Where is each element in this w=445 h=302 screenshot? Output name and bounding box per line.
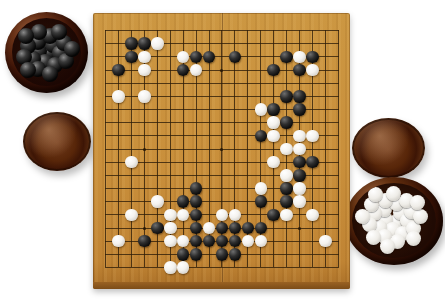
- black-stone[interactable]: [306, 156, 319, 169]
- grid-line-horizontal: [105, 267, 339, 268]
- black-stone[interactable]: [125, 37, 138, 50]
- black-stone[interactable]: [203, 235, 216, 248]
- black-stone[interactable]: [125, 51, 138, 64]
- black-stone[interactable]: [242, 222, 255, 235]
- black-stone[interactable]: [229, 248, 242, 261]
- black-stone[interactable]: [190, 209, 203, 222]
- white-stone[interactable]: [306, 130, 319, 143]
- white-stone[interactable]: [280, 209, 293, 222]
- black-stone[interactable]: [293, 90, 306, 103]
- black-stone[interactable]: [293, 169, 306, 182]
- black-stone[interactable]: [267, 209, 280, 222]
- black-stone[interactable]: [216, 222, 229, 235]
- bowl-stone-white: [413, 209, 428, 224]
- black-stone[interactable]: [229, 222, 242, 235]
- black-stone[interactable]: [280, 182, 293, 195]
- white-bowl-lid: [352, 118, 425, 178]
- black-stone[interactable]: [293, 156, 306, 169]
- bowl-stone-white: [406, 231, 421, 246]
- black-stone[interactable]: [280, 51, 293, 64]
- bowl-stone-white: [380, 239, 395, 254]
- white-stone[interactable]: [216, 209, 229, 222]
- white-stone[interactable]: [267, 156, 280, 169]
- star-point: [298, 227, 301, 230]
- bowl-stone-white: [410, 195, 425, 210]
- black-stone-bowl: [5, 12, 88, 93]
- white-stone[interactable]: [164, 261, 177, 274]
- black-stone[interactable]: [190, 235, 203, 248]
- star-point: [143, 227, 146, 230]
- white-stone[interactable]: [280, 143, 293, 156]
- white-stone[interactable]: [138, 64, 151, 77]
- white-stone[interactable]: [255, 103, 268, 116]
- black-stone[interactable]: [255, 222, 268, 235]
- white-stone[interactable]: [112, 90, 125, 103]
- white-stone-bowl: [345, 177, 443, 265]
- bowl-stone-white: [355, 209, 370, 224]
- black-stone[interactable]: [177, 248, 190, 261]
- white-stone[interactable]: [138, 90, 151, 103]
- white-stone[interactable]: [164, 235, 177, 248]
- black-stone[interactable]: [203, 51, 216, 64]
- black-stone[interactable]: [306, 51, 319, 64]
- grid-line-vertical: [338, 30, 339, 267]
- black-stone[interactable]: [112, 64, 125, 77]
- black-stone[interactable]: [293, 103, 306, 116]
- white-stone[interactable]: [151, 37, 164, 50]
- black-stone[interactable]: [255, 195, 268, 208]
- white-stone[interactable]: [255, 235, 268, 248]
- black-bowl-opening: [12, 18, 81, 86]
- white-stone[interactable]: [280, 169, 293, 182]
- black-stone[interactable]: [267, 64, 280, 77]
- black-stone[interactable]: [280, 195, 293, 208]
- black-stone[interactable]: [280, 90, 293, 103]
- bowl-stone-black: [51, 24, 67, 40]
- white-stone[interactable]: [125, 209, 138, 222]
- black-stone[interactable]: [293, 64, 306, 77]
- white-stone[interactable]: [242, 235, 255, 248]
- white-stone[interactable]: [293, 195, 306, 208]
- goban[interactable]: [93, 13, 350, 289]
- bowl-stone-black: [64, 41, 80, 57]
- black-stone[interactable]: [190, 195, 203, 208]
- white-stone[interactable]: [177, 51, 190, 64]
- board-front-edge: [93, 282, 350, 289]
- black-stone[interactable]: [190, 51, 203, 64]
- black-stone[interactable]: [216, 248, 229, 261]
- star-point: [143, 148, 146, 151]
- black-stone[interactable]: [190, 182, 203, 195]
- black-stone[interactable]: [255, 130, 268, 143]
- white-stone[interactable]: [177, 261, 190, 274]
- white-stone[interactable]: [306, 209, 319, 222]
- go-scene: [0, 0, 445, 302]
- black-stone[interactable]: [177, 195, 190, 208]
- bowl-stone-white: [366, 230, 381, 245]
- black-stone[interactable]: [190, 248, 203, 261]
- white-stone[interactable]: [229, 209, 242, 222]
- white-stone[interactable]: [138, 51, 151, 64]
- white-stone[interactable]: [293, 130, 306, 143]
- white-stone[interactable]: [293, 51, 306, 64]
- white-stone[interactable]: [151, 195, 164, 208]
- white-stone[interactable]: [164, 209, 177, 222]
- bowl-stone-white: [386, 186, 401, 201]
- bowl-stone-black: [20, 62, 36, 78]
- black-stone[interactable]: [151, 222, 164, 235]
- white-stone[interactable]: [177, 209, 190, 222]
- black-stone[interactable]: [138, 235, 151, 248]
- white-stone[interactable]: [112, 235, 125, 248]
- white-stone[interactable]: [125, 156, 138, 169]
- white-stone[interactable]: [293, 182, 306, 195]
- black-bowl-lid: [23, 112, 91, 171]
- white-stone[interactable]: [203, 222, 216, 235]
- white-bowl-opening: [352, 183, 436, 258]
- white-stone[interactable]: [293, 143, 306, 156]
- white-stone[interactable]: [190, 64, 203, 77]
- black-stone[interactable]: [229, 235, 242, 248]
- bowl-stone-black: [42, 66, 58, 82]
- white-stone[interactable]: [306, 64, 319, 77]
- black-stone[interactable]: [190, 222, 203, 235]
- black-stone[interactable]: [216, 235, 229, 248]
- black-stone[interactable]: [138, 37, 151, 50]
- white-stone[interactable]: [319, 235, 332, 248]
- black-stone[interactable]: [280, 116, 293, 129]
- white-stone[interactable]: [267, 116, 280, 129]
- white-stone[interactable]: [177, 235, 190, 248]
- grid-line-vertical: [325, 30, 326, 267]
- black-stone[interactable]: [267, 103, 280, 116]
- black-stone[interactable]: [177, 64, 190, 77]
- white-stone[interactable]: [255, 182, 268, 195]
- white-stone[interactable]: [267, 130, 280, 143]
- white-stone[interactable]: [164, 222, 177, 235]
- black-stone[interactable]: [229, 51, 242, 64]
